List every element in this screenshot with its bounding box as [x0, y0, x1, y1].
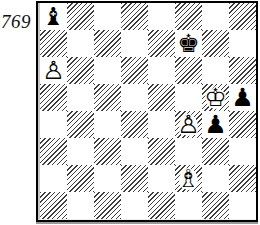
square-g5: ♔ [202, 84, 229, 111]
square-b1 [67, 192, 94, 219]
square-g1 [202, 192, 229, 219]
square-c4 [94, 111, 121, 138]
black-king-f7: ♚ [175, 30, 202, 57]
square-b6 [67, 57, 94, 84]
square-e2 [148, 165, 175, 192]
square-f4: ♙ [175, 111, 202, 138]
square-e1 [148, 192, 175, 219]
square-e7 [148, 30, 175, 57]
square-a3 [40, 138, 67, 165]
square-g7 [202, 30, 229, 57]
square-e5 [148, 84, 175, 111]
white-bishop-f2: ♗ [175, 165, 202, 192]
black-pawn-h5: ♟ [229, 84, 256, 111]
square-g4: ♟ [202, 111, 229, 138]
square-b3 [67, 138, 94, 165]
square-b8 [67, 3, 94, 30]
square-d1 [121, 192, 148, 219]
square-d4 [121, 111, 148, 138]
square-f5 [175, 84, 202, 111]
square-f8 [175, 3, 202, 30]
square-e3 [148, 138, 175, 165]
square-c6 [94, 57, 121, 84]
square-h4 [229, 111, 256, 138]
white-pawn-a6: ♙ [40, 57, 67, 84]
diagram-number: 769 [1, 11, 31, 33]
board-grid: ♝♚♙♔♟♙♟♗ [38, 3, 256, 220]
white-king-g5: ♔ [202, 84, 229, 111]
square-h8 [229, 3, 256, 30]
square-b7 [67, 30, 94, 57]
square-b4 [67, 111, 94, 138]
square-a5 [40, 84, 67, 111]
chess-diagram-page: 769 ♝♚♙♔♟♙♟♗ [0, 0, 260, 225]
square-g6 [202, 57, 229, 84]
square-c5 [94, 84, 121, 111]
square-c2 [94, 165, 121, 192]
square-h5: ♟ [229, 84, 256, 111]
square-e8 [148, 3, 175, 30]
square-c3 [94, 138, 121, 165]
square-a1 [40, 192, 67, 219]
square-h1 [229, 192, 256, 219]
square-g8 [202, 3, 229, 30]
square-f1 [175, 192, 202, 219]
square-a7 [40, 30, 67, 57]
square-a6: ♙ [40, 57, 67, 84]
square-c8 [94, 3, 121, 30]
chess-board: ♝♚♙♔♟♙♟♗ [36, 1, 258, 222]
square-h7 [229, 30, 256, 57]
square-f3 [175, 138, 202, 165]
square-d6 [121, 57, 148, 84]
square-e4 [148, 111, 175, 138]
square-a2 [40, 165, 67, 192]
square-e6 [148, 57, 175, 84]
square-f6 [175, 57, 202, 84]
square-g3 [202, 138, 229, 165]
square-d8 [121, 3, 148, 30]
square-b5 [67, 84, 94, 111]
square-d5 [121, 84, 148, 111]
square-f2: ♗ [175, 165, 202, 192]
square-d7 [121, 30, 148, 57]
square-b2 [67, 165, 94, 192]
square-c1 [94, 192, 121, 219]
black-pawn-g4: ♟ [202, 111, 229, 138]
square-a4 [40, 111, 67, 138]
square-g2 [202, 165, 229, 192]
square-h6 [229, 57, 256, 84]
square-a8: ♝ [40, 3, 67, 30]
square-h2 [229, 165, 256, 192]
square-c7 [94, 30, 121, 57]
square-f7: ♚ [175, 30, 202, 57]
square-h3 [229, 138, 256, 165]
white-pawn-f4: ♙ [175, 111, 202, 138]
black-bishop-a8: ♝ [40, 3, 67, 30]
square-d2 [121, 165, 148, 192]
square-d3 [121, 138, 148, 165]
